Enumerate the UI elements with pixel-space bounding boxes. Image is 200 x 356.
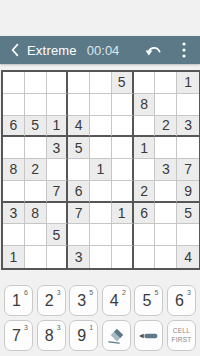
cell-r8c1[interactable] bbox=[3, 224, 25, 246]
cell-r4c5[interactable] bbox=[90, 137, 112, 159]
cell-r5c8[interactable]: 3 bbox=[155, 159, 177, 181]
board-area: 5186514233518213776293871655134 bbox=[0, 64, 200, 270]
cell-r5c6[interactable] bbox=[112, 159, 134, 181]
cell-r3c3[interactable]: 1 bbox=[47, 116, 69, 138]
cell-r6c9[interactable]: 9 bbox=[177, 181, 199, 203]
cell-r2c4[interactable] bbox=[68, 94, 90, 116]
cell-r9c8[interactable] bbox=[155, 246, 177, 268]
cell-r2c3[interactable] bbox=[47, 94, 69, 116]
app-bar: Extreme 00:04 bbox=[0, 36, 200, 64]
cell-r9c9[interactable]: 4 bbox=[177, 246, 199, 268]
cell-r5c7[interactable] bbox=[134, 159, 156, 181]
cell-r9c6[interactable] bbox=[112, 246, 134, 268]
cell-r3c6[interactable] bbox=[112, 116, 134, 138]
cell-r1c8[interactable] bbox=[155, 72, 177, 94]
cell-r7c5[interactable] bbox=[90, 203, 112, 225]
cell-r3c2[interactable]: 5 bbox=[25, 116, 47, 138]
cell-r2c6[interactable] bbox=[112, 94, 134, 116]
cell-r2c8[interactable] bbox=[155, 94, 177, 116]
cell-r6c5[interactable] bbox=[90, 181, 112, 203]
cell-r2c1[interactable] bbox=[3, 94, 25, 116]
mode-label-line2: FIRST bbox=[171, 336, 191, 344]
digit-count-badge: 5 bbox=[89, 289, 93, 296]
eraser-button[interactable] bbox=[102, 320, 131, 351]
cell-r3c4[interactable]: 4 bbox=[68, 116, 90, 138]
digit-count-badge: 1 bbox=[89, 324, 93, 331]
sudoku-board: 5186514233518213776293871655134 bbox=[1, 70, 200, 270]
cell-r8c6[interactable] bbox=[112, 224, 134, 246]
cell-r6c3[interactable]: 7 bbox=[47, 181, 69, 203]
digit-5-button[interactable]: 55 bbox=[134, 285, 163, 316]
digit-label: 7 bbox=[12, 327, 21, 345]
digit-1-button[interactable]: 16 bbox=[4, 285, 33, 316]
cell-r6c8[interactable] bbox=[155, 181, 177, 203]
cell-r7c3[interactable] bbox=[47, 203, 69, 225]
menu-button[interactable] bbox=[177, 39, 191, 61]
digit-2-button[interactable]: 23 bbox=[37, 285, 66, 316]
cell-r6c1[interactable] bbox=[3, 181, 25, 203]
cell-r1c4[interactable] bbox=[68, 72, 90, 94]
cell-r4c6[interactable] bbox=[112, 137, 134, 159]
digit-9-button[interactable]: 91 bbox=[69, 320, 98, 351]
cell-r9c1[interactable]: 1 bbox=[3, 246, 25, 268]
cell-r7c6[interactable]: 1 bbox=[112, 203, 134, 225]
cell-r9c5[interactable] bbox=[90, 246, 112, 268]
pen-icon bbox=[138, 331, 159, 341]
digit-count-badge: 3 bbox=[24, 324, 28, 331]
cell-r4c7[interactable]: 1 bbox=[134, 137, 156, 159]
cell-r1c7[interactable] bbox=[134, 72, 156, 94]
undo-button[interactable] bbox=[142, 39, 164, 61]
digit-count-badge: 5 bbox=[154, 289, 158, 296]
cell-r8c4[interactable] bbox=[68, 224, 90, 246]
pen-button[interactable] bbox=[134, 320, 163, 351]
cell-r1c5[interactable] bbox=[90, 72, 112, 94]
cell-r9c7[interactable] bbox=[134, 246, 156, 268]
undo-icon bbox=[145, 44, 162, 57]
digit-3-button[interactable]: 35 bbox=[69, 285, 98, 316]
digit-label: 2 bbox=[45, 292, 54, 310]
cell-r1c9[interactable]: 1 bbox=[177, 72, 199, 94]
eraser-icon bbox=[107, 327, 125, 345]
cell-r7c7[interactable]: 6 bbox=[134, 203, 156, 225]
cell-r3c9[interactable]: 3 bbox=[177, 116, 199, 138]
page-title: Extreme bbox=[27, 43, 77, 58]
mode-label-line1: CELL bbox=[173, 327, 190, 335]
cell-r9c4[interactable]: 3 bbox=[68, 246, 90, 268]
cell-r5c1[interactable]: 8 bbox=[3, 159, 25, 181]
cell-r4c1[interactable] bbox=[3, 137, 25, 159]
mode-button[interactable]: CELL FIRST bbox=[167, 320, 196, 351]
cell-r5c3[interactable] bbox=[47, 159, 69, 181]
cell-r4c8[interactable] bbox=[155, 137, 177, 159]
cell-r1c6[interactable]: 5 bbox=[112, 72, 134, 94]
digit-label: 3 bbox=[77, 292, 86, 310]
cell-r8c8[interactable] bbox=[155, 224, 177, 246]
cell-r6c7[interactable]: 2 bbox=[134, 181, 156, 203]
cell-r2c9[interactable] bbox=[177, 94, 199, 116]
cell-r1c1[interactable] bbox=[3, 72, 25, 94]
number-pad: 162335425563738391 CELL FIRST bbox=[4, 285, 196, 351]
digit-label: 9 bbox=[77, 327, 86, 345]
cell-r7c4[interactable]: 7 bbox=[68, 203, 90, 225]
cell-r3c7[interactable] bbox=[134, 116, 156, 138]
digit-count-badge: 3 bbox=[187, 289, 191, 296]
digit-label: 6 bbox=[175, 292, 184, 310]
cell-r4c2[interactable] bbox=[25, 137, 47, 159]
cell-r4c3[interactable]: 3 bbox=[47, 137, 69, 159]
cell-r2c5[interactable] bbox=[90, 94, 112, 116]
cell-r5c5[interactable]: 1 bbox=[90, 159, 112, 181]
cell-r3c8[interactable]: 2 bbox=[155, 116, 177, 138]
digit-count-badge: 3 bbox=[57, 324, 61, 331]
cell-r8c9[interactable] bbox=[177, 224, 199, 246]
digit-label: 5 bbox=[142, 292, 151, 310]
cell-r2c7[interactable]: 8 bbox=[134, 94, 156, 116]
digit-label: 4 bbox=[110, 292, 119, 310]
cell-r8c2[interactable] bbox=[25, 224, 47, 246]
digit-label: 8 bbox=[45, 327, 54, 345]
digit-7-button[interactable]: 73 bbox=[4, 320, 33, 351]
cell-r1c3[interactable] bbox=[47, 72, 69, 94]
cell-r3c5[interactable] bbox=[90, 116, 112, 138]
cell-r2c2[interactable] bbox=[25, 94, 47, 116]
cell-r8c7[interactable] bbox=[134, 224, 156, 246]
cell-r8c3[interactable]: 5 bbox=[47, 224, 69, 246]
cell-r7c8[interactable] bbox=[155, 203, 177, 225]
cell-r5c9[interactable]: 7 bbox=[177, 159, 199, 181]
digit-8-button[interactable]: 83 bbox=[37, 320, 66, 351]
cell-r3c1[interactable]: 6 bbox=[3, 116, 25, 138]
cell-r8c5[interactable] bbox=[90, 224, 112, 246]
digit-count-badge: 6 bbox=[24, 289, 28, 296]
cell-r4c9[interactable] bbox=[177, 137, 199, 159]
cell-r4c4[interactable]: 5 bbox=[68, 137, 90, 159]
digit-label: 1 bbox=[12, 292, 21, 310]
timer: 00:04 bbox=[87, 43, 120, 58]
chevron-left-icon bbox=[11, 43, 19, 57]
back-button[interactable] bbox=[8, 40, 22, 60]
digit-count-badge: 2 bbox=[122, 289, 126, 296]
cell-r7c1[interactable]: 3 bbox=[3, 203, 25, 225]
cell-r9c2[interactable] bbox=[25, 246, 47, 268]
digit-4-button[interactable]: 42 bbox=[102, 285, 131, 316]
cell-r9c3[interactable] bbox=[47, 246, 69, 268]
kebab-menu-icon bbox=[182, 42, 186, 58]
cell-r6c4[interactable]: 6 bbox=[68, 181, 90, 203]
cell-r5c4[interactable] bbox=[68, 159, 90, 181]
digit-count-badge: 3 bbox=[57, 289, 61, 296]
cell-r6c2[interactable] bbox=[25, 181, 47, 203]
cell-r6c6[interactable] bbox=[112, 181, 134, 203]
cell-r7c9[interactable]: 5 bbox=[177, 203, 199, 225]
cell-r1c2[interactable] bbox=[25, 72, 47, 94]
top-spacer bbox=[0, 0, 200, 36]
cell-r5c2[interactable]: 2 bbox=[25, 159, 47, 181]
digit-6-button[interactable]: 63 bbox=[167, 285, 196, 316]
cell-r7c2[interactable]: 8 bbox=[25, 203, 47, 225]
